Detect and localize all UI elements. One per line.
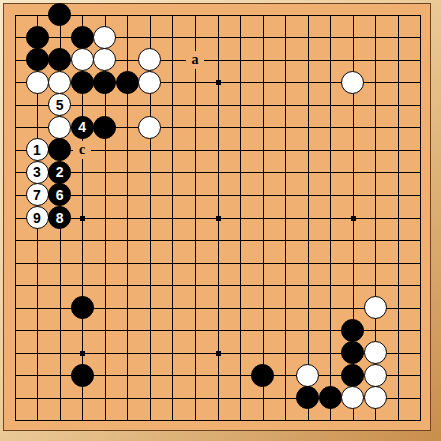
white-stone [364,296,387,319]
grid-line-vertical [420,15,421,422]
black-stone [341,319,364,342]
white-stone [138,48,161,71]
black-stone [71,71,94,94]
black-stone [48,48,71,71]
black-stone-move-8: 8 [48,206,71,229]
star-point [80,216,85,221]
black-stone [116,71,139,94]
star-point [216,216,221,221]
black-stone [93,116,116,139]
white-stone [341,386,364,409]
white-stone [93,48,116,71]
black-stone [71,296,94,319]
star-point [216,351,221,356]
grid-line-vertical [398,15,399,422]
black-stone [48,3,71,26]
white-stone [48,71,71,94]
black-stone-move-4: 4 [71,116,94,139]
black-stone [93,71,116,94]
point-label-c: c [73,141,91,159]
grid-line-horizontal [15,420,422,421]
star-point [216,80,221,85]
black-stone [71,364,94,387]
white-stone [93,26,116,49]
grid-line-vertical [308,15,309,422]
star-point [80,351,85,356]
black-stone-move-6: 6 [48,183,71,206]
white-stone [138,71,161,94]
black-stone [319,386,342,409]
point-label-a: a [186,51,204,69]
grid-line-vertical [263,15,264,422]
grid-line-horizontal [15,263,422,264]
white-stone [341,71,364,94]
black-stone [296,386,319,409]
grid-line-vertical [285,15,286,422]
black-stone-move-2: 2 [48,161,71,184]
star-point [351,216,356,221]
white-stone-move-9: 9 [26,206,49,229]
white-stone [71,48,94,71]
white-stone [48,116,71,139]
grid-line-horizontal [15,240,422,241]
go-board: 541327698ac [0,0,441,441]
white-stone-move-1: 1 [26,138,49,161]
white-stone [138,116,161,139]
grid-line-horizontal [15,285,422,286]
white-stone [296,364,319,387]
white-stone [364,386,387,409]
black-stone [251,364,274,387]
black-stone [341,341,364,364]
black-stone [71,26,94,49]
black-stone [26,26,49,49]
black-stone [26,48,49,71]
white-stone-move-5: 5 [48,93,71,116]
grid-line-vertical [330,15,331,422]
black-stone [341,364,364,387]
black-stone [48,138,71,161]
white-stone [364,341,387,364]
white-stone [26,71,49,94]
white-stone-move-7: 7 [26,183,49,206]
white-stone-move-3: 3 [26,161,49,184]
go-board-surface: 541327698ac [3,3,431,431]
grid-line-vertical [240,15,241,422]
white-stone [364,364,387,387]
